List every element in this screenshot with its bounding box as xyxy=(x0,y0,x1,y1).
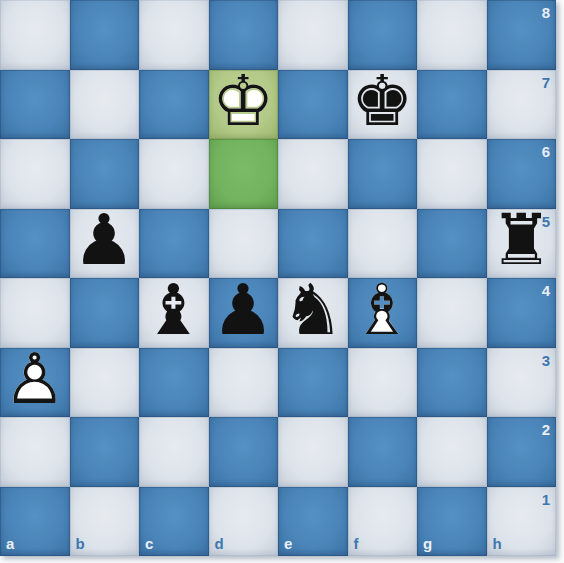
square-h1[interactable]: h1 xyxy=(487,487,557,557)
square-e8[interactable] xyxy=(278,0,348,70)
square-f3[interactable] xyxy=(348,348,418,418)
black-pawn-fill: ♟ xyxy=(70,206,140,276)
square-g3[interactable] xyxy=(417,348,487,418)
square-c1[interactable]: c xyxy=(139,487,209,557)
square-f1[interactable]: f xyxy=(348,487,418,557)
square-g7[interactable] xyxy=(417,70,487,140)
file-label-c: c xyxy=(145,536,153,551)
square-a3[interactable]: ♟♙ xyxy=(0,348,70,418)
white-pawn-outline: ♙ xyxy=(0,345,70,415)
black-pawn[interactable]: ♟ xyxy=(70,209,140,279)
white-king[interactable]: ♚♔ xyxy=(209,70,279,140)
square-g2[interactable] xyxy=(417,417,487,487)
rank-label-4: 4 xyxy=(542,283,550,298)
square-a5[interactable] xyxy=(0,209,70,279)
square-g6[interactable] xyxy=(417,139,487,209)
rank-label-7: 7 xyxy=(542,75,550,90)
square-c7[interactable] xyxy=(139,70,209,140)
square-c8[interactable] xyxy=(139,0,209,70)
white-bishop-outline: ♗ xyxy=(348,275,418,345)
square-g1[interactable]: g xyxy=(417,487,487,557)
square-e5[interactable] xyxy=(278,209,348,279)
square-d2[interactable] xyxy=(209,417,279,487)
square-c5[interactable] xyxy=(139,209,209,279)
square-a4[interactable] xyxy=(0,278,70,348)
square-b2[interactable] xyxy=(70,417,140,487)
black-king[interactable]: ♚ xyxy=(348,70,418,140)
square-c2[interactable] xyxy=(139,417,209,487)
white-king-outline: ♔ xyxy=(209,67,279,137)
square-e3[interactable] xyxy=(278,348,348,418)
square-d3[interactable] xyxy=(209,348,279,418)
square-b4[interactable] xyxy=(70,278,140,348)
rank-label-5: 5 xyxy=(542,214,550,229)
square-h2[interactable]: 2 xyxy=(487,417,557,487)
square-b1[interactable]: b xyxy=(70,487,140,557)
square-g4[interactable] xyxy=(417,278,487,348)
file-label-a: a xyxy=(6,536,14,551)
square-g5[interactable] xyxy=(417,209,487,279)
square-a8[interactable] xyxy=(0,0,70,70)
rank-label-1: 1 xyxy=(542,492,550,507)
square-f8[interactable] xyxy=(348,0,418,70)
square-h6[interactable]: 6 xyxy=(487,139,557,209)
square-b3[interactable] xyxy=(70,348,140,418)
rank-label-3: 3 xyxy=(542,353,550,368)
file-label-e: e xyxy=(284,536,292,551)
file-label-b: b xyxy=(76,536,85,551)
chess-board-container: 8♚♔♚76♟5♜♝♟♞♝♗4♟♙32abcdefgh1 xyxy=(0,0,556,556)
square-h7[interactable]: 7 xyxy=(487,70,557,140)
square-h5[interactable]: 5♜ xyxy=(487,209,557,279)
rank-label-6: 6 xyxy=(542,144,550,159)
square-a2[interactable] xyxy=(0,417,70,487)
square-e6[interactable] xyxy=(278,139,348,209)
square-b8[interactable] xyxy=(70,0,140,70)
square-g8[interactable] xyxy=(417,0,487,70)
square-b7[interactable] xyxy=(70,70,140,140)
black-bishop[interactable]: ♝ xyxy=(139,278,209,348)
black-knight-fill: ♞ xyxy=(278,275,348,345)
square-h3[interactable]: 3 xyxy=(487,348,557,418)
file-label-d: d xyxy=(215,536,224,551)
square-f7[interactable]: ♚ xyxy=(348,70,418,140)
square-d8[interactable] xyxy=(209,0,279,70)
square-e2[interactable] xyxy=(278,417,348,487)
square-b6[interactable] xyxy=(70,139,140,209)
black-pawn-fill: ♟ xyxy=(209,275,279,345)
square-e4[interactable]: ♞ xyxy=(278,278,348,348)
square-a1[interactable]: a xyxy=(0,487,70,557)
square-e1[interactable]: e xyxy=(278,487,348,557)
square-d1[interactable]: d xyxy=(209,487,279,557)
rank-label-8: 8 xyxy=(542,5,550,20)
square-d4[interactable]: ♟ xyxy=(209,278,279,348)
black-king-fill: ♚ xyxy=(348,67,418,137)
square-c4[interactable]: ♝ xyxy=(139,278,209,348)
square-h8[interactable]: 8 xyxy=(487,0,557,70)
file-label-f: f xyxy=(354,536,359,551)
square-c6[interactable] xyxy=(139,139,209,209)
square-a6[interactable] xyxy=(0,139,70,209)
square-f5[interactable] xyxy=(348,209,418,279)
rank-label-2: 2 xyxy=(542,422,550,437)
square-f2[interactable] xyxy=(348,417,418,487)
square-h4[interactable]: 4 xyxy=(487,278,557,348)
square-f6[interactable] xyxy=(348,139,418,209)
black-bishop-fill: ♝ xyxy=(139,275,209,345)
square-a7[interactable] xyxy=(0,70,70,140)
chess-board: 8♚♔♚76♟5♜♝♟♞♝♗4♟♙32abcdefgh1 xyxy=(0,0,556,556)
square-b5[interactable]: ♟ xyxy=(70,209,140,279)
square-c3[interactable] xyxy=(139,348,209,418)
black-pawn[interactable]: ♟ xyxy=(209,278,279,348)
square-e7[interactable] xyxy=(278,70,348,140)
square-d5[interactable] xyxy=(209,209,279,279)
white-pawn[interactable]: ♟♙ xyxy=(0,348,70,418)
white-bishop[interactable]: ♝♗ xyxy=(348,278,418,348)
file-label-h: h xyxy=(493,536,502,551)
square-d6[interactable] xyxy=(209,139,279,209)
square-f4[interactable]: ♝♗ xyxy=(348,278,418,348)
black-knight[interactable]: ♞ xyxy=(278,278,348,348)
square-d7[interactable]: ♚♔ xyxy=(209,70,279,140)
file-label-g: g xyxy=(423,536,432,551)
